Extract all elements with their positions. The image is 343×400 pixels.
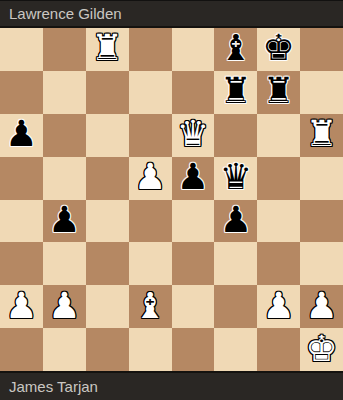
square-e5[interactable]: ♟ [172,157,215,200]
square-a2[interactable]: ♟ [0,285,43,328]
square-d8[interactable] [129,28,172,71]
square-a8[interactable] [0,28,43,71]
square-e2[interactable] [172,285,215,328]
square-b2[interactable]: ♟ [43,285,86,328]
chess-app: Lawrence Gilden ♜♝♚♜♜♟♛♜♟♟♛♟♟♟♟♝♟♟♚ Jame… [0,0,343,400]
square-a5[interactable] [0,157,43,200]
square-c5[interactable] [86,157,129,200]
square-f6[interactable] [214,114,257,157]
square-c1[interactable] [86,328,129,371]
piece-white-pawn[interactable]: ♟ [305,288,337,324]
square-g6[interactable] [257,114,300,157]
piece-white-king[interactable]: ♚ [305,331,337,367]
square-b7[interactable] [43,71,86,114]
square-c7[interactable] [86,71,129,114]
piece-black-queen[interactable]: ♛ [220,159,252,195]
square-f5[interactable]: ♛ [214,157,257,200]
square-b4[interactable]: ♟ [43,200,86,243]
square-g8[interactable]: ♚ [257,28,300,71]
square-e6[interactable]: ♛ [172,114,215,157]
square-d6[interactable] [129,114,172,157]
piece-white-rook[interactable]: ♜ [305,116,337,152]
piece-black-pawn[interactable]: ♟ [220,202,252,238]
square-c6[interactable] [86,114,129,157]
square-h1[interactable]: ♚ [300,328,343,371]
square-e7[interactable] [172,71,215,114]
square-d1[interactable] [129,328,172,371]
square-f1[interactable] [214,328,257,371]
chess-board[interactable]: ♜♝♚♜♜♟♛♜♟♟♛♟♟♟♟♝♟♟♚ [0,28,343,371]
square-h3[interactable] [300,242,343,285]
square-c4[interactable] [86,200,129,243]
player-name-white: James Tarjan [9,378,98,395]
piece-white-pawn[interactable]: ♟ [5,288,37,324]
piece-black-bishop[interactable]: ♝ [220,30,252,66]
piece-white-rook[interactable]: ♜ [91,30,123,66]
player-bar-bottom: James Tarjan [0,371,343,400]
square-d3[interactable] [129,242,172,285]
square-a4[interactable] [0,200,43,243]
square-f8[interactable]: ♝ [214,28,257,71]
square-b6[interactable] [43,114,86,157]
square-b8[interactable] [43,28,86,71]
square-g7[interactable]: ♜ [257,71,300,114]
player-name-black: Lawrence Gilden [9,5,122,22]
piece-black-pawn[interactable]: ♟ [177,159,209,195]
square-h6[interactable]: ♜ [300,114,343,157]
square-d2[interactable]: ♝ [129,285,172,328]
square-b3[interactable] [43,242,86,285]
square-e3[interactable] [172,242,215,285]
square-b1[interactable] [43,328,86,371]
square-g1[interactable] [257,328,300,371]
piece-white-pawn[interactable]: ♟ [48,288,80,324]
piece-white-pawn[interactable]: ♟ [134,159,166,195]
square-d5[interactable]: ♟ [129,157,172,200]
square-f4[interactable]: ♟ [214,200,257,243]
square-h2[interactable]: ♟ [300,285,343,328]
square-f2[interactable] [214,285,257,328]
square-e1[interactable] [172,328,215,371]
square-a3[interactable] [0,242,43,285]
piece-black-rook[interactable]: ♜ [263,73,295,109]
piece-white-bishop[interactable]: ♝ [134,288,166,324]
piece-black-pawn[interactable]: ♟ [5,116,37,152]
square-f7[interactable]: ♜ [214,71,257,114]
piece-black-king[interactable]: ♚ [263,30,295,66]
square-g3[interactable] [257,242,300,285]
player-bar-top: Lawrence Gilden [0,0,343,28]
square-c3[interactable] [86,242,129,285]
square-h8[interactable] [300,28,343,71]
piece-black-rook[interactable]: ♜ [220,73,252,109]
piece-black-pawn[interactable]: ♟ [48,202,80,238]
square-h5[interactable] [300,157,343,200]
square-f3[interactable] [214,242,257,285]
square-e8[interactable] [172,28,215,71]
square-e4[interactable] [172,200,215,243]
square-g4[interactable] [257,200,300,243]
piece-white-pawn[interactable]: ♟ [263,288,295,324]
square-a1[interactable] [0,328,43,371]
square-h7[interactable] [300,71,343,114]
square-a7[interactable] [0,71,43,114]
square-c8[interactable]: ♜ [86,28,129,71]
square-d4[interactable] [129,200,172,243]
square-g5[interactable] [257,157,300,200]
square-c2[interactable] [86,285,129,328]
square-h4[interactable] [300,200,343,243]
square-d7[interactable] [129,71,172,114]
piece-white-queen[interactable]: ♛ [177,116,209,152]
square-g2[interactable]: ♟ [257,285,300,328]
square-a6[interactable]: ♟ [0,114,43,157]
square-b5[interactable] [43,157,86,200]
